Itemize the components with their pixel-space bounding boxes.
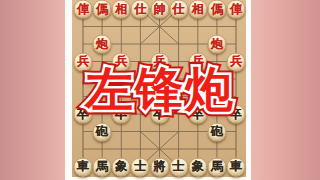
piece-black-soldier[interactable]: 卒 [227, 105, 246, 124]
xiangqi-board[interactable]: 俥傌相仕帥仕相傌俥炮炮兵兵兵兵兵卒卒卒卒卒砲砲車馬象士將士象馬車 [72, 0, 246, 177]
piece-glyph: 卒 [77, 108, 89, 120]
piece-glyph: 士 [173, 160, 185, 172]
piece-black-elephant[interactable]: 象 [112, 157, 131, 176]
piece-red-soldier[interactable]: 兵 [188, 52, 207, 71]
piece-red-general[interactable]: 帥 [150, 0, 169, 19]
piece-glyph: 兵 [192, 55, 204, 67]
piece-glyph: 象 [192, 160, 204, 172]
piece-red-elephant[interactable]: 相 [112, 0, 131, 19]
piece-black-chariot[interactable]: 車 [227, 157, 246, 176]
video-frame: 俥傌相仕帥仕相傌俥炮炮兵兵兵兵兵卒卒卒卒卒砲砲車馬象士將士象馬車 左锋炮 左锋炮… [0, 0, 320, 180]
piece-black-soldier[interactable]: 卒 [150, 105, 169, 124]
piece-red-horse[interactable]: 傌 [207, 0, 226, 19]
piece-red-advisor[interactable]: 仕 [169, 0, 188, 19]
piece-black-soldier[interactable]: 卒 [188, 105, 207, 124]
piece-glyph: 兵 [115, 55, 127, 67]
board-grid [72, 0, 246, 177]
piece-glyph: 傌 [96, 3, 108, 15]
piece-black-cannon[interactable]: 砲 [207, 122, 226, 141]
piece-glyph: 兵 [77, 55, 89, 67]
piece-glyph: 士 [134, 160, 146, 172]
piece-black-horse[interactable]: 馬 [207, 157, 226, 176]
piece-glyph: 兵 [154, 55, 166, 67]
piece-red-soldier[interactable]: 兵 [150, 52, 169, 71]
piece-glyph: 馬 [96, 160, 108, 172]
piece-glyph: 砲 [96, 125, 108, 137]
piece-black-advisor[interactable]: 士 [131, 157, 150, 176]
piece-glyph: 俥 [77, 3, 89, 15]
piece-red-chariot[interactable]: 俥 [227, 0, 246, 19]
piece-glyph: 將 [154, 160, 166, 172]
piece-red-chariot[interactable]: 俥 [74, 0, 93, 19]
piece-glyph: 兵 [230, 55, 242, 67]
piece-glyph: 炮 [211, 38, 223, 50]
piece-glyph: 帥 [154, 3, 166, 15]
piece-red-cannon[interactable]: 炮 [207, 35, 226, 54]
piece-glyph: 仕 [173, 3, 185, 15]
piece-red-soldier[interactable]: 兵 [74, 52, 93, 71]
piece-black-advisor[interactable]: 士 [169, 157, 188, 176]
piece-black-chariot[interactable]: 車 [74, 157, 93, 176]
piece-black-soldier[interactable]: 卒 [112, 105, 131, 124]
piece-glyph: 相 [192, 3, 204, 15]
piece-glyph: 卒 [192, 108, 204, 120]
piece-red-elephant[interactable]: 相 [188, 0, 207, 19]
piece-glyph: 傌 [211, 3, 223, 15]
piece-red-cannon[interactable]: 炮 [93, 35, 112, 54]
piece-glyph: 相 [115, 3, 127, 15]
piece-glyph: 卒 [230, 108, 242, 120]
piece-glyph: 馬 [211, 160, 223, 172]
piece-black-general[interactable]: 將 [150, 157, 169, 176]
piece-glyph: 卒 [115, 108, 127, 120]
piece-black-elephant[interactable]: 象 [188, 157, 207, 176]
piece-glyph: 卒 [154, 108, 166, 120]
piece-red-advisor[interactable]: 仕 [131, 0, 150, 19]
piece-glyph: 俥 [230, 3, 242, 15]
piece-glyph: 砲 [211, 125, 223, 137]
piece-black-horse[interactable]: 馬 [93, 157, 112, 176]
piece-red-soldier[interactable]: 兵 [227, 52, 246, 71]
piece-glyph: 炮 [96, 38, 108, 50]
piece-glyph: 象 [115, 160, 127, 172]
piece-black-cannon[interactable]: 砲 [93, 122, 112, 141]
piece-glyph: 仕 [134, 3, 146, 15]
piece-glyph: 車 [77, 160, 89, 172]
piece-glyph: 車 [230, 160, 242, 172]
piece-black-soldier[interactable]: 卒 [74, 105, 93, 124]
piece-red-horse[interactable]: 傌 [93, 0, 112, 19]
piece-red-soldier[interactable]: 兵 [112, 52, 131, 71]
